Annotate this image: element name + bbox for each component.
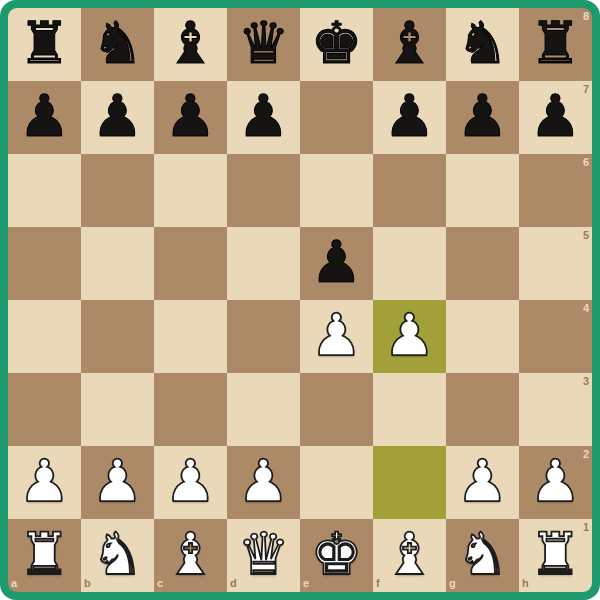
black-pawn[interactable]: ♟ (165, 87, 217, 149)
white-knight[interactable]: ♞ (92, 525, 144, 587)
white-pawn[interactable]: ♟ (457, 452, 509, 514)
square-g1[interactable]: ♞g (446, 519, 519, 592)
square-h1[interactable]: ♜h1 (519, 519, 592, 592)
file-label-f: f (376, 578, 380, 589)
square-d2[interactable]: ♟ (227, 446, 300, 519)
chess-board: ♜♞♝♛♚♝♞♜8♟♟♟♟♟♟♟76♟5♟♟43♟♟♟♟♟♟2♜a♞b♝c♛d♚… (8, 8, 592, 592)
square-c7[interactable]: ♟ (154, 81, 227, 154)
square-f1[interactable]: ♝f (373, 519, 446, 592)
square-a2[interactable]: ♟ (8, 446, 81, 519)
rank-label-3: 3 (583, 376, 589, 387)
white-pawn[interactable]: ♟ (19, 452, 71, 514)
square-c6[interactable] (154, 154, 227, 227)
square-a6[interactable] (8, 154, 81, 227)
square-b4[interactable] (81, 300, 154, 373)
square-h8[interactable]: ♜8 (519, 8, 592, 81)
square-c4[interactable] (154, 300, 227, 373)
rank-label-6: 6 (583, 157, 589, 168)
square-f8[interactable]: ♝ (373, 8, 446, 81)
square-b2[interactable]: ♟ (81, 446, 154, 519)
square-c5[interactable] (154, 227, 227, 300)
square-f4[interactable]: ♟ (373, 300, 446, 373)
square-e3[interactable] (300, 373, 373, 446)
square-h3[interactable]: 3 (519, 373, 592, 446)
square-e4[interactable]: ♟ (300, 300, 373, 373)
black-pawn[interactable]: ♟ (457, 87, 509, 149)
square-d7[interactable]: ♟ (227, 81, 300, 154)
square-e7[interactable] (300, 81, 373, 154)
square-b3[interactable] (81, 373, 154, 446)
square-h7[interactable]: ♟7 (519, 81, 592, 154)
black-queen[interactable]: ♛ (238, 14, 290, 76)
square-d8[interactable]: ♛ (227, 8, 300, 81)
square-c2[interactable]: ♟ (154, 446, 227, 519)
square-c3[interactable] (154, 373, 227, 446)
black-pawn[interactable]: ♟ (384, 87, 436, 149)
file-label-c: c (157, 578, 163, 589)
rank-label-1: 1 (583, 522, 589, 533)
square-a8[interactable]: ♜ (8, 8, 81, 81)
square-a3[interactable] (8, 373, 81, 446)
square-e5[interactable]: ♟ (300, 227, 373, 300)
white-bishop[interactable]: ♝ (384, 525, 436, 587)
square-c1[interactable]: ♝c (154, 519, 227, 592)
square-e8[interactable]: ♚ (300, 8, 373, 81)
square-d6[interactable] (227, 154, 300, 227)
rank-label-5: 5 (583, 230, 589, 241)
square-h6[interactable]: 6 (519, 154, 592, 227)
square-b1[interactable]: ♞b (81, 519, 154, 592)
black-bishop[interactable]: ♝ (384, 14, 436, 76)
square-h4[interactable]: 4 (519, 300, 592, 373)
square-g3[interactable] (446, 373, 519, 446)
black-pawn[interactable]: ♟ (311, 233, 363, 295)
square-a7[interactable]: ♟ (8, 81, 81, 154)
black-pawn[interactable]: ♟ (530, 87, 582, 149)
white-pawn[interactable]: ♟ (384, 306, 436, 368)
rank-label-8: 8 (583, 11, 589, 22)
black-rook[interactable]: ♜ (530, 14, 582, 76)
square-d3[interactable] (227, 373, 300, 446)
square-d4[interactable] (227, 300, 300, 373)
square-c8[interactable]: ♝ (154, 8, 227, 81)
square-a1[interactable]: ♜a (8, 519, 81, 592)
square-b7[interactable]: ♟ (81, 81, 154, 154)
square-f5[interactable] (373, 227, 446, 300)
square-h2[interactable]: ♟2 (519, 446, 592, 519)
board-frame: ♜♞♝♛♚♝♞♜8♟♟♟♟♟♟♟76♟5♟♟43♟♟♟♟♟♟2♜a♞b♝c♛d♚… (0, 0, 600, 600)
white-pawn[interactable]: ♟ (165, 452, 217, 514)
file-label-a: a (11, 578, 17, 589)
file-label-d: d (230, 578, 237, 589)
black-pawn[interactable]: ♟ (19, 87, 71, 149)
square-f7[interactable]: ♟ (373, 81, 446, 154)
file-label-e: e (303, 578, 309, 589)
black-knight[interactable]: ♞ (457, 14, 509, 76)
black-knight[interactable]: ♞ (92, 14, 144, 76)
black-pawn[interactable]: ♟ (92, 87, 144, 149)
white-pawn[interactable]: ♟ (530, 452, 582, 514)
square-g4[interactable] (446, 300, 519, 373)
white-pawn[interactable]: ♟ (92, 452, 144, 514)
square-d1[interactable]: ♛d (227, 519, 300, 592)
square-d5[interactable] (227, 227, 300, 300)
white-bishop[interactable]: ♝ (165, 525, 217, 587)
rank-label-7: 7 (583, 84, 589, 95)
square-f3[interactable] (373, 373, 446, 446)
square-g7[interactable]: ♟ (446, 81, 519, 154)
square-f2[interactable] (373, 446, 446, 519)
white-pawn[interactable]: ♟ (311, 306, 363, 368)
black-bishop[interactable]: ♝ (165, 14, 217, 76)
file-label-h: h (522, 578, 529, 589)
square-g5[interactable] (446, 227, 519, 300)
square-g8[interactable]: ♞ (446, 8, 519, 81)
rank-label-4: 4 (583, 303, 589, 314)
white-queen[interactable]: ♛ (238, 525, 290, 587)
square-a4[interactable] (8, 300, 81, 373)
square-f6[interactable] (373, 154, 446, 227)
square-b6[interactable] (81, 154, 154, 227)
square-e6[interactable] (300, 154, 373, 227)
white-king[interactable]: ♚ (311, 525, 363, 587)
white-knight[interactable]: ♞ (457, 525, 509, 587)
square-h5[interactable]: 5 (519, 227, 592, 300)
square-e2[interactable] (300, 446, 373, 519)
square-g2[interactable]: ♟ (446, 446, 519, 519)
white-rook[interactable]: ♜ (19, 525, 71, 587)
file-label-g: g (449, 578, 456, 589)
black-king[interactable]: ♚ (311, 14, 363, 76)
file-label-b: b (84, 578, 91, 589)
square-b5[interactable] (81, 227, 154, 300)
square-g6[interactable] (446, 154, 519, 227)
white-rook[interactable]: ♜ (530, 525, 582, 587)
white-pawn[interactable]: ♟ (238, 452, 290, 514)
square-a5[interactable] (8, 227, 81, 300)
black-pawn[interactable]: ♟ (238, 87, 290, 149)
square-e1[interactable]: ♚e (300, 519, 373, 592)
black-rook[interactable]: ♜ (19, 14, 71, 76)
rank-label-2: 2 (583, 449, 589, 460)
square-b8[interactable]: ♞ (81, 8, 154, 81)
